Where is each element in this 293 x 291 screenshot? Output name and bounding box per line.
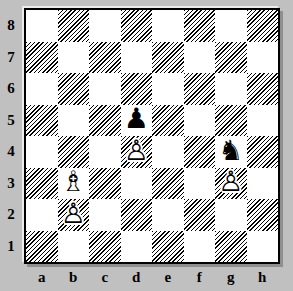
square-d7[interactable] xyxy=(121,42,153,74)
square-h8[interactable] xyxy=(247,10,279,42)
file-label-g: g xyxy=(215,264,247,291)
black-pawn-glyph: ♟ xyxy=(124,105,149,133)
square-e3[interactable] xyxy=(152,168,184,200)
rank-label-6: 6 xyxy=(0,73,22,105)
square-c5[interactable] xyxy=(89,105,121,137)
file-label-e: e xyxy=(152,264,184,291)
square-h7[interactable] xyxy=(247,42,279,74)
square-b8[interactable] xyxy=(58,10,90,42)
white-bishop-outline: ♗ xyxy=(61,168,86,196)
square-a6[interactable] xyxy=(26,73,58,105)
square-g5[interactable] xyxy=(215,105,247,137)
square-g8[interactable] xyxy=(215,10,247,42)
square-f1[interactable] xyxy=(184,231,216,263)
file-label-f: f xyxy=(184,264,216,291)
file-labels: abcdefgh xyxy=(26,264,278,291)
square-c2[interactable] xyxy=(89,199,121,231)
white-pawn-outline: ♙ xyxy=(218,168,243,196)
square-h5[interactable] xyxy=(247,105,279,137)
square-h1[interactable] xyxy=(247,231,279,263)
piece-white-pawn[interactable]: ♟♙ xyxy=(215,168,247,200)
square-e5[interactable] xyxy=(152,105,184,137)
square-a4[interactable] xyxy=(26,136,58,168)
file-label-d: d xyxy=(121,264,153,291)
square-a3[interactable] xyxy=(26,168,58,200)
file-label-a: a xyxy=(26,264,58,291)
square-a8[interactable] xyxy=(26,10,58,42)
square-h3[interactable] xyxy=(247,168,279,200)
square-h4[interactable] xyxy=(247,136,279,168)
piece-black-pawn[interactable]: ♟ xyxy=(121,105,153,137)
square-e6[interactable] xyxy=(152,73,184,105)
square-b2[interactable]: ♟♙ xyxy=(58,199,90,231)
square-g1[interactable] xyxy=(215,231,247,263)
rank-label-8: 8 xyxy=(0,10,22,42)
square-d8[interactable] xyxy=(121,10,153,42)
square-d4[interactable]: ♟♙ xyxy=(121,136,153,168)
rank-label-4: 4 xyxy=(0,136,22,168)
file-label-h: h xyxy=(247,264,279,291)
square-e1[interactable] xyxy=(152,231,184,263)
square-f6[interactable] xyxy=(184,73,216,105)
square-f2[interactable] xyxy=(184,199,216,231)
square-b7[interactable] xyxy=(58,42,90,74)
square-b6[interactable] xyxy=(58,73,90,105)
square-e7[interactable] xyxy=(152,42,184,74)
square-a1[interactable] xyxy=(26,231,58,263)
file-label-c: c xyxy=(89,264,121,291)
square-f5[interactable] xyxy=(184,105,216,137)
square-b3[interactable]: ♝♗ xyxy=(58,168,90,200)
rank-labels: 87654321 xyxy=(0,10,22,262)
square-b4[interactable] xyxy=(58,136,90,168)
rank-label-3: 3 xyxy=(0,168,22,200)
square-g3[interactable]: ♟♙ xyxy=(215,168,247,200)
square-a2[interactable] xyxy=(26,199,58,231)
square-b5[interactable] xyxy=(58,105,90,137)
board: ♟♟♙♞♝♗♟♙♟♙ xyxy=(24,8,280,264)
square-a5[interactable] xyxy=(26,105,58,137)
square-f4[interactable] xyxy=(184,136,216,168)
square-e4[interactable] xyxy=(152,136,184,168)
rank-label-2: 2 xyxy=(0,199,22,231)
white-pawn-outline: ♙ xyxy=(61,200,86,228)
square-d6[interactable] xyxy=(121,73,153,105)
piece-white-pawn[interactable]: ♟♙ xyxy=(58,199,90,231)
square-d5[interactable]: ♟ xyxy=(121,105,153,137)
rank-label-7: 7 xyxy=(0,42,22,74)
file-label-b: b xyxy=(58,264,90,291)
square-e2[interactable] xyxy=(152,199,184,231)
rank-label-1: 1 xyxy=(0,231,22,263)
square-c7[interactable] xyxy=(89,42,121,74)
square-b1[interactable] xyxy=(58,231,90,263)
piece-white-bishop[interactable]: ♝♗ xyxy=(58,168,90,200)
square-g2[interactable] xyxy=(215,199,247,231)
square-h2[interactable] xyxy=(247,199,279,231)
square-f7[interactable] xyxy=(184,42,216,74)
square-a7[interactable] xyxy=(26,42,58,74)
piece-black-knight[interactable]: ♞ xyxy=(215,136,247,168)
square-f3[interactable] xyxy=(184,168,216,200)
white-pawn-outline: ♙ xyxy=(124,137,149,165)
square-d3[interactable] xyxy=(121,168,153,200)
square-f8[interactable] xyxy=(184,10,216,42)
square-g4[interactable]: ♞ xyxy=(215,136,247,168)
square-c4[interactable] xyxy=(89,136,121,168)
square-d1[interactable] xyxy=(121,231,153,263)
black-knight-glyph: ♞ xyxy=(218,137,243,165)
square-g6[interactable] xyxy=(215,73,247,105)
square-d2[interactable] xyxy=(121,199,153,231)
square-g7[interactable] xyxy=(215,42,247,74)
square-c1[interactable] xyxy=(89,231,121,263)
square-c8[interactable] xyxy=(89,10,121,42)
piece-white-pawn[interactable]: ♟♙ xyxy=(121,136,153,168)
square-c6[interactable] xyxy=(89,73,121,105)
rank-label-5: 5 xyxy=(0,105,22,137)
square-c3[interactable] xyxy=(89,168,121,200)
square-e8[interactable] xyxy=(152,10,184,42)
square-h6[interactable] xyxy=(247,73,279,105)
chess-diagram: 87654321 ♟♟♙♞♝♗♟♙♟♙ abcdefgh xyxy=(0,0,293,291)
